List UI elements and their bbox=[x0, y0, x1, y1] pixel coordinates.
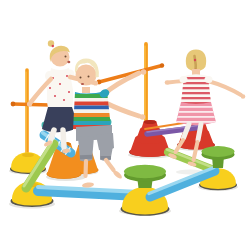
eye bbox=[65, 56, 67, 58]
green-disc-top bbox=[124, 165, 166, 188]
leg bbox=[51, 130, 55, 140]
mouth bbox=[67, 61, 70, 63]
hair-tie bbox=[194, 59, 196, 61]
hand bbox=[140, 114, 146, 120]
balance-course-scene bbox=[0, 0, 248, 248]
lower-arm bbox=[106, 103, 139, 116]
eye bbox=[80, 77, 82, 79]
leg bbox=[63, 130, 64, 147]
capri-leg bbox=[198, 124, 201, 140]
right-arm bbox=[208, 81, 241, 95]
denim-skirt bbox=[42, 107, 78, 132]
crossbar-knob bbox=[160, 63, 164, 67]
hand bbox=[27, 101, 32, 106]
hand bbox=[241, 94, 246, 99]
eye bbox=[88, 76, 90, 78]
product-photo bbox=[0, 0, 248, 248]
mouth bbox=[81, 83, 84, 85]
head bbox=[76, 65, 97, 86]
hand bbox=[141, 69, 147, 75]
hair-tie bbox=[52, 45, 54, 47]
hand bbox=[165, 80, 170, 85]
grey-trousers bbox=[76, 125, 114, 161]
crossbar-knob bbox=[11, 102, 16, 107]
